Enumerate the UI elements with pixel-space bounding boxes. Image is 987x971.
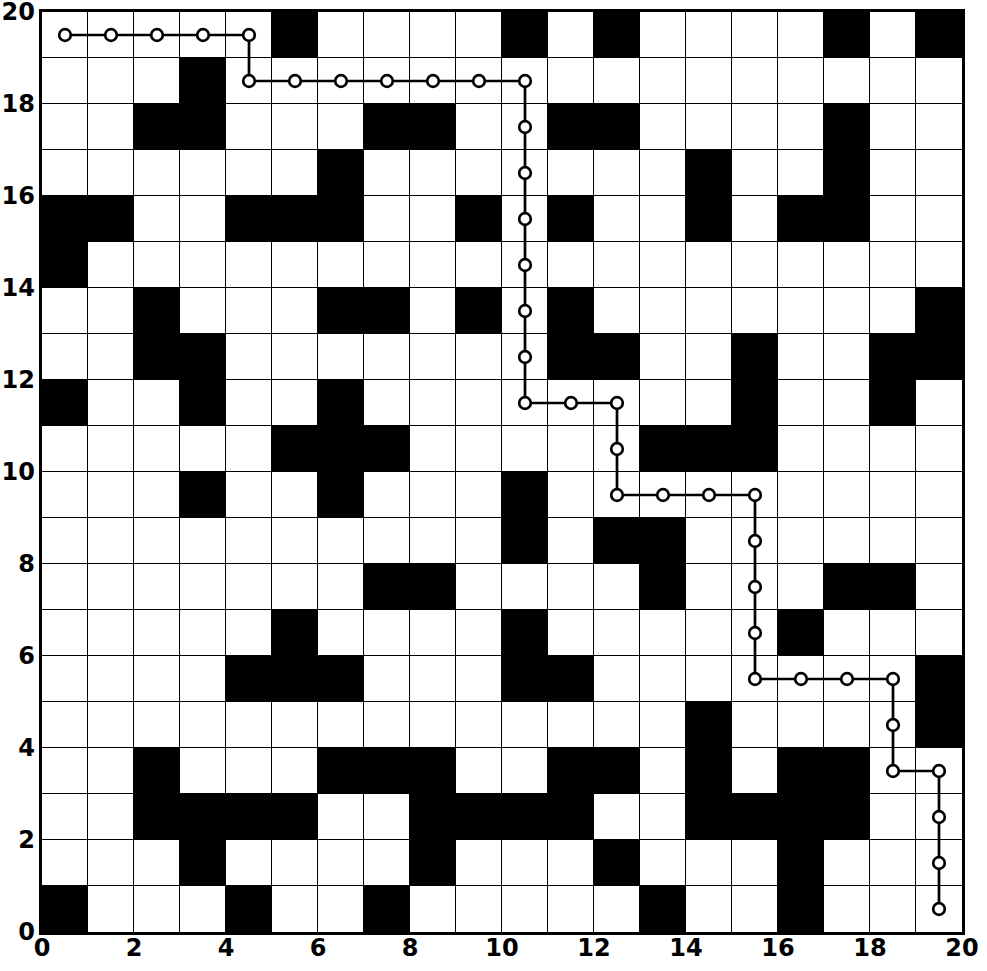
obstacle-cell: [502, 12, 548, 58]
grid-cell: [42, 794, 88, 840]
grid-cell: [456, 334, 502, 380]
grid-cell: [226, 242, 272, 288]
grid-cell: [686, 518, 732, 564]
grid-cell: [88, 656, 134, 702]
grid-cell: [732, 150, 778, 196]
obstacle-cell: [364, 104, 410, 150]
grid-cell: [410, 380, 456, 426]
grid-cell: [456, 472, 502, 518]
grid-cell: [870, 794, 916, 840]
grid-cell: [640, 196, 686, 242]
obstacle-cell: [134, 104, 180, 150]
grid-cell: [640, 794, 686, 840]
grid-cell: [732, 702, 778, 748]
grid-cell: [686, 840, 732, 886]
grid-cell: [686, 886, 732, 932]
grid-cell: [134, 380, 180, 426]
grid-cell: [318, 610, 364, 656]
obstacle-cell: [180, 58, 226, 104]
grid-cell: [42, 564, 88, 610]
grid-cell: [824, 426, 870, 472]
grid-cell: [180, 702, 226, 748]
grid-cell: [594, 702, 640, 748]
obstacle-cell: [824, 794, 870, 840]
obstacle-cell: [42, 380, 88, 426]
grid-cell: [824, 656, 870, 702]
grid-cell: [42, 610, 88, 656]
obstacle-cell: [42, 196, 88, 242]
grid-cell: [88, 472, 134, 518]
obstacle-cell: [180, 840, 226, 886]
obstacle-cell: [594, 518, 640, 564]
obstacle-cell: [916, 12, 962, 58]
grid-cell: [134, 564, 180, 610]
grid-cell: [640, 242, 686, 288]
grid-cell: [594, 656, 640, 702]
grid-cell: [180, 748, 226, 794]
grid-cell: [410, 426, 456, 472]
grid-cell: [226, 840, 272, 886]
grid-cell: [732, 288, 778, 334]
obstacle-cell: [732, 426, 778, 472]
grid-cell: [870, 58, 916, 104]
obstacle-cell: [686, 794, 732, 840]
grid-cell: [272, 288, 318, 334]
grid-cell: [88, 702, 134, 748]
obstacle-cell: [548, 656, 594, 702]
grid-cell: [502, 104, 548, 150]
grid-cell: [134, 886, 180, 932]
grid-cell: [732, 886, 778, 932]
grid-cell: [548, 12, 594, 58]
grid-cell: [916, 794, 962, 840]
grid-cell: [502, 380, 548, 426]
grid-cell: [134, 426, 180, 472]
grid-cell: [502, 288, 548, 334]
obstacle-cell: [870, 380, 916, 426]
obstacle-cell: [870, 334, 916, 380]
grid-cell: [226, 748, 272, 794]
grid-cell: [594, 610, 640, 656]
grid-cell: [640, 748, 686, 794]
grid-cell: [594, 794, 640, 840]
grid-cell: [456, 886, 502, 932]
grid-cell: [226, 702, 272, 748]
obstacle-cell: [318, 380, 364, 426]
grid-cell: [502, 334, 548, 380]
grid-cell: [502, 150, 548, 196]
grid-cell: [778, 472, 824, 518]
y-tick-label: 12: [0, 368, 35, 392]
grid-cell: [548, 610, 594, 656]
obstacle-cell: [272, 12, 318, 58]
obstacle-cell: [272, 196, 318, 242]
obstacle-cell: [502, 610, 548, 656]
obstacle-cell: [410, 794, 456, 840]
grid-cell: [502, 840, 548, 886]
obstacle-cell: [824, 196, 870, 242]
grid-cell: [410, 518, 456, 564]
obstacle-cell: [410, 104, 456, 150]
x-tick-label: 20: [945, 936, 978, 960]
grid-cell: [364, 12, 410, 58]
grid-cell: [226, 288, 272, 334]
obstacle-cell: [778, 748, 824, 794]
grid-cell: [456, 656, 502, 702]
grid-cell: [410, 12, 456, 58]
grid-cell: [410, 656, 456, 702]
grid-cell: [134, 610, 180, 656]
grid-cell: [548, 58, 594, 104]
grid-cell: [502, 426, 548, 472]
obstacle-cell: [456, 288, 502, 334]
grid-cell: [502, 886, 548, 932]
obstacle-cell: [686, 150, 732, 196]
obstacle-cell: [686, 426, 732, 472]
grid-cell: [456, 150, 502, 196]
grid-cell: [318, 518, 364, 564]
grid-cell: [226, 58, 272, 104]
grid-cell: [916, 886, 962, 932]
grid-cell: [364, 334, 410, 380]
obstacle-cell: [364, 886, 410, 932]
grid-cell: [686, 610, 732, 656]
grid-cell: [88, 610, 134, 656]
grid-cell: [870, 518, 916, 564]
obstacle-cell: [916, 656, 962, 702]
grid-cell: [824, 886, 870, 932]
grid-cell: [502, 196, 548, 242]
grid-cell: [88, 334, 134, 380]
grid-cell: [456, 242, 502, 288]
grid-cell: [456, 840, 502, 886]
grid-cell: [88, 104, 134, 150]
grid-cell: [272, 104, 318, 150]
grid-cell: [42, 12, 88, 58]
grid-cell: [272, 702, 318, 748]
obstacle-cell: [778, 610, 824, 656]
grid-cell: [916, 564, 962, 610]
grid-cell: [870, 242, 916, 288]
grid-cell: [180, 12, 226, 58]
grid-cell: [180, 426, 226, 472]
grid-cell: [272, 58, 318, 104]
grid-cell: [226, 334, 272, 380]
obstacle-cell: [824, 12, 870, 58]
grid-cell: [88, 242, 134, 288]
obstacle-cell: [42, 886, 88, 932]
grid-cell: [42, 334, 88, 380]
grid-cell: [870, 150, 916, 196]
grid-cell: [778, 564, 824, 610]
obstacle-cell: [548, 748, 594, 794]
grid-cell: [180, 288, 226, 334]
grid-cell: [732, 840, 778, 886]
grid-cell: [870, 610, 916, 656]
grid-cell: [870, 886, 916, 932]
obstacle-cell: [318, 748, 364, 794]
obstacle-cell: [686, 748, 732, 794]
obstacle-cell: [318, 196, 364, 242]
obstacle-cell: [272, 656, 318, 702]
grid-cell: [640, 150, 686, 196]
grid-cell: [42, 288, 88, 334]
x-tick-label: 8: [402, 936, 419, 960]
grid-cell: [640, 288, 686, 334]
grid-cell: [364, 656, 410, 702]
grid-cell: [318, 334, 364, 380]
grid-cell: [318, 58, 364, 104]
grid-cell: [502, 58, 548, 104]
grid-cell: [916, 242, 962, 288]
obstacle-cell: [364, 288, 410, 334]
grid-cell: [594, 288, 640, 334]
obstacle-cell: [732, 334, 778, 380]
obstacle-cell: [456, 196, 502, 242]
y-tick-label: 0: [0, 920, 35, 944]
grid-cell: [824, 518, 870, 564]
grid-cell: [548, 426, 594, 472]
obstacle-cell: [226, 196, 272, 242]
grid-cell: [410, 610, 456, 656]
obstacle-cell: [870, 564, 916, 610]
grid-cell: [226, 426, 272, 472]
grid-cell: [502, 748, 548, 794]
grid-cell: [548, 564, 594, 610]
obstacle-cell: [548, 196, 594, 242]
obstacle-cell: [134, 288, 180, 334]
obstacle-cell: [364, 426, 410, 472]
obstacle-cell: [272, 610, 318, 656]
grid-cell: [870, 840, 916, 886]
grid-cell: [548, 472, 594, 518]
grid-cell: [410, 886, 456, 932]
grid-cell: [226, 518, 272, 564]
grid-cell: [594, 426, 640, 472]
grid-cell: [548, 242, 594, 288]
obstacle-cell: [778, 196, 824, 242]
grid-cell: [824, 702, 870, 748]
obstacle-cell: [364, 748, 410, 794]
obstacle-cell: [410, 748, 456, 794]
grid-cell: [916, 748, 962, 794]
grid-cell: [134, 656, 180, 702]
grid-cell: [134, 196, 180, 242]
grid-cell: [640, 656, 686, 702]
y-tick-label: 18: [0, 92, 35, 116]
grid-cell: [180, 656, 226, 702]
obstacle-cell: [640, 426, 686, 472]
obstacle-cell: [686, 196, 732, 242]
grid-cell: [456, 702, 502, 748]
obstacle-cell: [594, 748, 640, 794]
grid-cell: [594, 150, 640, 196]
grid-cell: [272, 380, 318, 426]
grid-cell: [778, 334, 824, 380]
y-tick-label: 14: [0, 276, 35, 300]
grid-cell: [134, 518, 180, 564]
obstacle-cell: [778, 886, 824, 932]
grid-cell: [916, 426, 962, 472]
grid-cell: [134, 12, 180, 58]
obstacle-cell: [88, 196, 134, 242]
grid-cell: [686, 12, 732, 58]
grid-cell: [364, 794, 410, 840]
grid-cell: [364, 472, 410, 518]
grid-cell: [42, 518, 88, 564]
obstacle-cell: [502, 472, 548, 518]
obstacle-cell: [686, 702, 732, 748]
grid-cell: [594, 472, 640, 518]
grid-cell: [548, 840, 594, 886]
grid-cell: [594, 564, 640, 610]
grid-cell: [916, 380, 962, 426]
grid-cell: [226, 12, 272, 58]
y-tick-label: 4: [0, 736, 35, 760]
grid-cell: [134, 702, 180, 748]
obstacle-cell: [732, 794, 778, 840]
grid-cell: [180, 610, 226, 656]
obstacle-cell: [916, 702, 962, 748]
grid-cell: [88, 748, 134, 794]
x-tick-label: 12: [577, 936, 610, 960]
grid-cell: [870, 702, 916, 748]
obstacle-cell: [180, 472, 226, 518]
grid-cell: [870, 656, 916, 702]
grid-cell: [732, 196, 778, 242]
grid-cell: [272, 840, 318, 886]
obstacle-cell: [548, 334, 594, 380]
maze-figure: 02468101214161820 20181614121086420: [0, 0, 987, 971]
grid-cell: [180, 242, 226, 288]
grid-cell: [42, 702, 88, 748]
x-tick-label: 16: [761, 936, 794, 960]
obstacle-cell: [824, 748, 870, 794]
grid-cell: [88, 886, 134, 932]
obstacle-cell: [134, 748, 180, 794]
obstacle-cell: [180, 794, 226, 840]
grid-cell: [364, 840, 410, 886]
grid-cell: [88, 58, 134, 104]
grid-cell: [180, 886, 226, 932]
obstacle-cell: [272, 426, 318, 472]
grid-cell: [134, 58, 180, 104]
grid-cell: [778, 150, 824, 196]
grid-cell: [42, 58, 88, 104]
grid-cell: [824, 472, 870, 518]
grid-cell: [364, 380, 410, 426]
grid-cell: [364, 702, 410, 748]
grid-cell: [870, 426, 916, 472]
y-tick-label: 10: [0, 460, 35, 484]
grid-cell: [364, 196, 410, 242]
obstacle-cell: [502, 794, 548, 840]
grid-cell: [824, 334, 870, 380]
obstacle-cell: [134, 794, 180, 840]
obstacle-cell: [594, 840, 640, 886]
grid-cell: [318, 104, 364, 150]
grid-cell: [134, 150, 180, 196]
grid-cell: [732, 12, 778, 58]
x-tick-label: 0: [34, 936, 51, 960]
grid-cell: [410, 196, 456, 242]
grid-cell: [318, 564, 364, 610]
obstacle-cell: [594, 334, 640, 380]
obstacle-cell: [548, 794, 594, 840]
grid-cell: [916, 104, 962, 150]
y-tick-label: 16: [0, 184, 35, 208]
grid-cell: [318, 886, 364, 932]
grid-cell: [364, 518, 410, 564]
grid-cell: [824, 242, 870, 288]
grid-board: [39, 9, 965, 935]
grid-cell: [226, 380, 272, 426]
grid-cell: [410, 334, 456, 380]
grid-cell: [410, 288, 456, 334]
grid-cell: [226, 104, 272, 150]
grid-cell: [134, 242, 180, 288]
grid-cell: [916, 472, 962, 518]
obstacle-cell: [502, 656, 548, 702]
obstacle-cell: [640, 518, 686, 564]
x-tick-label: 4: [218, 936, 235, 960]
grid-cell: [88, 564, 134, 610]
grid-cell: [364, 610, 410, 656]
grid-cell: [548, 518, 594, 564]
grid-cell: [686, 472, 732, 518]
grid-cell: [778, 288, 824, 334]
grid-cell: [456, 58, 502, 104]
grid-cell: [870, 104, 916, 150]
grid-cell: [272, 242, 318, 288]
grid-cell: [824, 58, 870, 104]
grid-cell: [870, 748, 916, 794]
obstacle-cell: [318, 472, 364, 518]
obstacle-cell: [318, 656, 364, 702]
grid-cell: [502, 702, 548, 748]
grid-cell: [732, 564, 778, 610]
grid-cell: [364, 150, 410, 196]
obstacle-cell: [640, 886, 686, 932]
grid-cell: [778, 656, 824, 702]
grid-cell: [272, 886, 318, 932]
obstacle-cell: [732, 380, 778, 426]
obstacle-cell: [456, 794, 502, 840]
obstacle-cell: [180, 334, 226, 380]
obstacle-cell: [134, 334, 180, 380]
grid-cell: [732, 610, 778, 656]
grid-cell: [916, 58, 962, 104]
x-tick-label: 2: [126, 936, 143, 960]
obstacle-cell: [318, 288, 364, 334]
grid-cell: [916, 518, 962, 564]
grid-cell: [88, 426, 134, 472]
x-tick-label: 6: [310, 936, 327, 960]
grid-cell: [778, 104, 824, 150]
grid-cell: [594, 886, 640, 932]
grid-cell: [88, 288, 134, 334]
obstacle-cell: [180, 104, 226, 150]
grid-cell: [916, 196, 962, 242]
grid-cell: [272, 472, 318, 518]
grid-cell: [778, 12, 824, 58]
y-tick-label: 6: [0, 644, 35, 668]
obstacle-cell: [824, 104, 870, 150]
grid-cell: [456, 104, 502, 150]
obstacle-cell: [364, 564, 410, 610]
obstacle-cell: [778, 794, 824, 840]
grid-cell: [778, 380, 824, 426]
